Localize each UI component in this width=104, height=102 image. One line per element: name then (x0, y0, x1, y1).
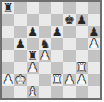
black-pawn: ♟ (27, 26, 38, 38)
square-a6[interactable] (2, 26, 14, 38)
square-b5[interactable]: ♟ (14, 38, 26, 50)
white-bishop: ♝ (27, 86, 38, 98)
square-g1[interactable] (76, 86, 88, 98)
square-b6[interactable] (14, 26, 26, 38)
square-g7[interactable]: ♟ (76, 14, 88, 26)
square-h4[interactable] (88, 50, 100, 62)
square-b4[interactable] (14, 50, 26, 62)
square-a4[interactable] (2, 50, 14, 62)
square-c7[interactable] (27, 14, 39, 26)
square-d6[interactable] (39, 26, 51, 38)
square-f7[interactable]: ♚ (63, 14, 75, 26)
black-knight: ♞ (39, 38, 50, 50)
square-f5[interactable] (63, 38, 75, 50)
square-d8[interactable] (39, 2, 51, 14)
white-pawn: ♟ (39, 50, 50, 62)
square-c2[interactable] (27, 74, 39, 86)
square-h3[interactable] (88, 62, 100, 74)
square-e5[interactable] (51, 38, 63, 50)
square-b2[interactable]: ♚ (14, 74, 26, 86)
square-d7[interactable] (39, 14, 51, 26)
square-c3[interactable]: ♟ (27, 62, 39, 74)
square-a2[interactable]: ♟ (2, 74, 14, 86)
square-c8[interactable] (27, 2, 39, 14)
square-f2[interactable]: ♟ (63, 74, 75, 86)
square-a8[interactable]: ♜ (2, 2, 14, 14)
square-g4[interactable] (76, 50, 88, 62)
square-d3[interactable] (39, 62, 51, 74)
black-pawn: ♟ (88, 26, 99, 38)
square-e3[interactable] (51, 62, 63, 74)
square-e4[interactable] (51, 50, 63, 62)
square-f4[interactable] (63, 50, 75, 62)
white-rook: ♜ (76, 62, 87, 74)
square-a7[interactable] (2, 14, 14, 26)
chess-board: ♜♚♟♟♟♟♟♞♟♜♟♟♜♟♚♜♟♟♝ (0, 0, 102, 100)
square-h7[interactable] (88, 14, 100, 26)
square-h5[interactable]: ♟ (88, 38, 100, 50)
square-h2[interactable] (88, 74, 100, 86)
square-e2[interactable]: ♜ (51, 74, 63, 86)
square-a3[interactable] (2, 62, 14, 74)
square-c4[interactable]: ♜ (27, 50, 39, 62)
square-g5[interactable] (76, 38, 88, 50)
black-pawn: ♟ (15, 38, 26, 50)
square-f8[interactable] (63, 2, 75, 14)
square-b3[interactable] (14, 62, 26, 74)
square-g2[interactable]: ♟ (76, 74, 88, 86)
white-pawn: ♟ (27, 62, 38, 74)
square-f3[interactable] (63, 62, 75, 74)
square-d1[interactable] (39, 86, 51, 98)
square-b1[interactable] (14, 86, 26, 98)
black-pawn: ♟ (52, 26, 63, 38)
square-e1[interactable] (51, 86, 63, 98)
square-g8[interactable] (76, 2, 88, 14)
square-f1[interactable] (63, 86, 75, 98)
white-pawn: ♟ (3, 74, 14, 86)
square-f6[interactable] (63, 26, 75, 38)
black-pawn: ♟ (76, 14, 87, 26)
black-king: ♚ (64, 14, 75, 26)
square-e8[interactable] (51, 2, 63, 14)
square-b8[interactable] (14, 2, 26, 14)
square-e7[interactable] (51, 14, 63, 26)
square-b7[interactable] (14, 14, 26, 26)
square-a5[interactable] (2, 38, 14, 50)
square-g6[interactable] (76, 26, 88, 38)
square-d2[interactable] (39, 74, 51, 86)
square-h8[interactable] (88, 2, 100, 14)
chess-diagram: ♜♚♟♟♟♟♟♞♟♜♟♟♜♟♚♜♟♟♝ (0, 0, 104, 102)
square-d4[interactable]: ♟ (39, 50, 51, 62)
square-g3[interactable]: ♜ (76, 62, 88, 74)
black-rook: ♜ (3, 2, 14, 14)
black-rook: ♜ (27, 50, 38, 62)
white-king: ♚ (15, 74, 26, 86)
square-c5[interactable] (27, 38, 39, 50)
white-pawn: ♟ (64, 74, 75, 86)
square-d5[interactable]: ♞ (39, 38, 51, 50)
white-rook: ♜ (52, 74, 63, 86)
square-c6[interactable]: ♟ (27, 26, 39, 38)
white-pawn: ♟ (88, 38, 99, 50)
square-a1[interactable] (2, 86, 14, 98)
square-h6[interactable]: ♟ (88, 26, 100, 38)
square-c1[interactable]: ♝ (27, 86, 39, 98)
square-h1[interactable] (88, 86, 100, 98)
square-e6[interactable]: ♟ (51, 26, 63, 38)
white-pawn: ♟ (76, 74, 87, 86)
